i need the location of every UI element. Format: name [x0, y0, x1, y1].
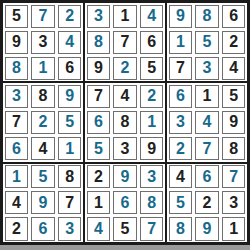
cell-r6c1-entered[interactable]: 6	[5, 137, 29, 160]
cell-r3c1-entered[interactable]: 8	[5, 57, 29, 80]
cell-r1c8-entered[interactable]: 8	[195, 5, 219, 28]
cell-r6c4-entered[interactable]: 5	[87, 137, 111, 160]
cell-r6c9-given[interactable]: 8	[222, 137, 246, 160]
cell-r3c2-entered[interactable]: 1	[31, 57, 55, 80]
cell-r6c5-given[interactable]: 3	[113, 137, 137, 160]
cell-r2c1-given[interactable]: 9	[5, 31, 29, 54]
cell-r1c1-given[interactable]: 5	[5, 5, 29, 28]
sudoku-box-1-2: 314876925	[84, 2, 166, 82]
cell-r5c4-entered[interactable]: 6	[87, 111, 111, 134]
cell-r1c3-entered[interactable]: 2	[58, 5, 82, 28]
cell-r7c3-given[interactable]: 8	[58, 165, 82, 188]
cell-r1c5-given[interactable]: 1	[113, 5, 137, 28]
cell-r3c5-entered[interactable]: 2	[113, 57, 137, 80]
cell-r3c3-given[interactable]: 6	[58, 57, 82, 80]
cell-r5c6-entered[interactable]: 1	[140, 111, 164, 134]
cell-r6c3-entered[interactable]: 1	[58, 137, 82, 160]
sudoku-box-1-1: 572934816	[2, 2, 84, 82]
cell-r7c1-entered[interactable]: 1	[5, 165, 29, 188]
sudoku-box-2-3: 615349278	[166, 82, 248, 162]
cell-r9c7-entered[interactable]: 8	[169, 217, 193, 240]
cell-r4c5-given[interactable]: 4	[113, 85, 137, 108]
cell-r3c8-entered[interactable]: 3	[195, 57, 219, 80]
cell-r2c3-entered[interactable]: 4	[58, 31, 82, 54]
cell-r9c9-given[interactable]: 1	[222, 217, 246, 240]
sudoku-box-2-1: 389725641	[2, 82, 84, 162]
sudoku-box-3-3: 467523891	[166, 163, 248, 243]
cell-r4c7-entered[interactable]: 6	[169, 85, 193, 108]
cell-r2c2-given[interactable]: 3	[31, 31, 55, 54]
cell-r8c7-entered[interactable]: 5	[169, 191, 193, 214]
cell-r3c4-given[interactable]: 9	[87, 57, 111, 80]
cell-r6c6-given[interactable]: 9	[140, 137, 164, 160]
cell-r2c4-entered[interactable]: 8	[87, 31, 111, 54]
cell-r5c8-entered[interactable]: 4	[195, 111, 219, 134]
cell-r2c9-given[interactable]: 2	[222, 31, 246, 54]
cell-r1c4-entered[interactable]: 3	[87, 5, 111, 28]
cell-r1c9-given[interactable]: 6	[222, 5, 246, 28]
cell-r8c9-given[interactable]: 3	[222, 191, 246, 214]
sudoku-box-3-2: 293168457	[84, 163, 166, 243]
cell-r9c1-given[interactable]: 2	[5, 217, 29, 240]
cell-r1c7-entered[interactable]: 9	[169, 5, 193, 28]
cell-r4c1-entered[interactable]: 3	[5, 85, 29, 108]
cell-r1c2-entered[interactable]: 7	[31, 5, 55, 28]
cell-r7c9-entered[interactable]: 7	[222, 165, 246, 188]
cell-r4c8-given[interactable]: 1	[195, 85, 219, 108]
cell-r7c2-entered[interactable]: 5	[31, 165, 55, 188]
cell-r8c5-entered[interactable]: 6	[113, 191, 137, 214]
cell-r5c7-entered[interactable]: 3	[169, 111, 193, 134]
cell-r6c7-entered[interactable]: 2	[169, 137, 193, 160]
cell-r8c4-given[interactable]: 1	[87, 191, 111, 214]
cell-r4c9-given[interactable]: 5	[222, 85, 246, 108]
cell-r6c8-entered[interactable]: 7	[195, 137, 219, 160]
cell-r5c5-given[interactable]: 8	[113, 111, 137, 134]
cell-r4c4-given[interactable]: 7	[87, 85, 111, 108]
cell-r6c2-given[interactable]: 4	[31, 137, 55, 160]
cell-r7c8-entered[interactable]: 6	[195, 165, 219, 188]
cell-r3c7-given[interactable]: 7	[169, 57, 193, 80]
cell-r5c2-entered[interactable]: 2	[31, 111, 55, 134]
cell-r3c6-given[interactable]: 5	[140, 57, 164, 80]
cell-r5c9-given[interactable]: 9	[222, 111, 246, 134]
cell-r4c6-entered[interactable]: 2	[140, 85, 164, 108]
cell-r5c1-given[interactable]: 7	[5, 111, 29, 134]
cell-r4c3-entered[interactable]: 9	[58, 85, 82, 108]
cell-r3c9-given[interactable]: 4	[222, 57, 246, 80]
cell-r8c8-given[interactable]: 2	[195, 191, 219, 214]
cell-r9c8-entered[interactable]: 9	[195, 217, 219, 240]
sudoku-board: 5729348163148769259861527343897256417426…	[0, 0, 250, 245]
cell-r8c3-given[interactable]: 7	[58, 191, 82, 214]
cell-r7c7-given[interactable]: 4	[169, 165, 193, 188]
cell-r8c2-entered[interactable]: 9	[31, 191, 55, 214]
cell-r4c2-given[interactable]: 8	[31, 85, 55, 108]
cell-r5c3-entered[interactable]: 5	[58, 111, 82, 134]
cell-r2c6-given[interactable]: 6	[140, 31, 164, 54]
cell-r9c5-given[interactable]: 5	[113, 217, 137, 240]
cell-r9c4-entered[interactable]: 4	[87, 217, 111, 240]
cell-r9c6-entered[interactable]: 7	[140, 217, 164, 240]
cell-r8c6-entered[interactable]: 8	[140, 191, 164, 214]
cell-r7c5-entered[interactable]: 9	[113, 165, 137, 188]
cell-r7c6-entered[interactable]: 3	[140, 165, 164, 188]
sudoku-box-2-2: 742681539	[84, 82, 166, 162]
cell-r1c6-entered[interactable]: 4	[140, 5, 164, 28]
sudoku-box-1-3: 986152734	[166, 2, 248, 82]
cell-r9c2-entered[interactable]: 6	[31, 217, 55, 240]
cell-r2c5-given[interactable]: 7	[113, 31, 137, 54]
cell-r2c7-entered[interactable]: 1	[169, 31, 193, 54]
cell-r7c4-given[interactable]: 2	[87, 165, 111, 188]
cell-r8c1-given[interactable]: 4	[5, 191, 29, 214]
cell-r2c8-entered[interactable]: 5	[195, 31, 219, 54]
sudoku-box-3-1: 158497263	[2, 163, 84, 243]
cell-r9c3-entered[interactable]: 3	[58, 217, 82, 240]
